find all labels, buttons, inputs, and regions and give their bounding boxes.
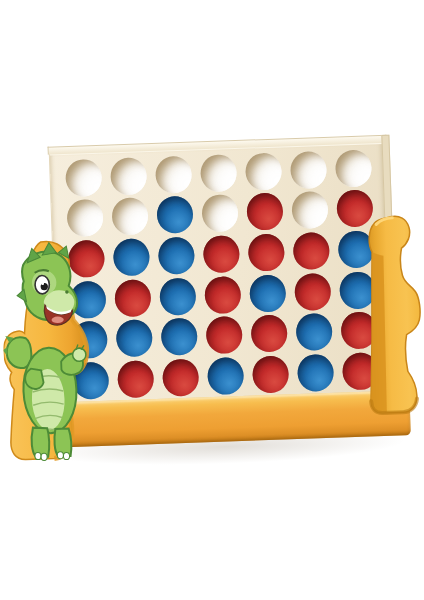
empty-hole — [65, 159, 102, 197]
cell-r6c4 — [203, 355, 249, 397]
cell-r4c5 — [245, 272, 291, 314]
empty-hole — [334, 149, 371, 187]
red-disc — [117, 360, 154, 398]
empty-hole — [245, 152, 282, 190]
red-disc — [162, 359, 199, 397]
red-disc — [204, 276, 241, 314]
blue-disc — [158, 237, 195, 275]
red-disc — [246, 193, 283, 231]
red-disc — [206, 316, 243, 354]
cell-r2c1 — [62, 197, 108, 239]
cell-r4c6 — [289, 271, 335, 313]
right-support-cutout — [359, 214, 424, 416]
blue-disc — [157, 196, 194, 234]
red-disc — [252, 356, 289, 394]
blue-disc — [249, 274, 286, 312]
blue-disc — [297, 354, 334, 392]
red-disc — [294, 273, 331, 311]
blue-disc — [207, 357, 244, 395]
cell-r2c5 — [242, 191, 288, 233]
cell-r5c6 — [291, 311, 337, 353]
empty-hole — [155, 155, 192, 193]
red-disc — [250, 315, 287, 353]
cell-r5c2 — [111, 318, 157, 360]
cell-r6c3 — [158, 357, 204, 399]
cell-r5c3 — [156, 316, 202, 358]
blue-disc — [295, 313, 332, 351]
blue-disc — [159, 277, 196, 315]
cell-r1c2 — [106, 155, 152, 197]
cell-r3c6 — [288, 230, 334, 272]
cell-r2c2 — [107, 196, 153, 238]
red-disc — [115, 279, 152, 317]
cell-r4c4 — [200, 274, 246, 316]
board-grid — [61, 147, 383, 402]
empty-hole — [67, 199, 104, 237]
cell-r4c2 — [110, 277, 156, 319]
cell-r5c5 — [246, 313, 292, 355]
empty-hole — [200, 154, 237, 192]
cell-r1c7 — [330, 147, 376, 189]
cell-r2c3 — [152, 194, 198, 236]
cell-r1c4 — [195, 152, 241, 194]
red-disc — [203, 235, 240, 273]
cell-r2c6 — [287, 189, 333, 231]
cell-r1c5 — [240, 150, 286, 192]
cell-r3c4 — [198, 233, 244, 275]
empty-hole — [290, 151, 327, 189]
cell-r6c6 — [292, 352, 338, 394]
product-photo — [0, 0, 424, 600]
cell-r3c3 — [153, 235, 199, 277]
empty-hole — [201, 195, 238, 233]
empty-hole — [291, 191, 328, 229]
cell-r6c5 — [247, 354, 293, 396]
cell-r3c2 — [109, 236, 155, 278]
blue-disc — [161, 318, 198, 356]
connect-four-game — [0, 0, 424, 600]
cell-r4c3 — [155, 275, 201, 317]
red-disc — [248, 234, 285, 272]
empty-hole — [110, 157, 147, 195]
cell-r1c3 — [151, 153, 197, 195]
cell-r6c2 — [113, 358, 159, 400]
blue-disc — [113, 238, 150, 276]
cell-r2c4 — [197, 193, 243, 235]
blue-disc — [116, 320, 153, 358]
left-support-dinosaur — [0, 238, 110, 465]
empty-hole — [112, 198, 149, 236]
cell-r1c1 — [61, 157, 107, 199]
cell-r5c4 — [201, 314, 247, 356]
cell-r3c5 — [243, 232, 289, 274]
red-disc — [292, 232, 329, 270]
cell-r1c6 — [285, 149, 331, 191]
